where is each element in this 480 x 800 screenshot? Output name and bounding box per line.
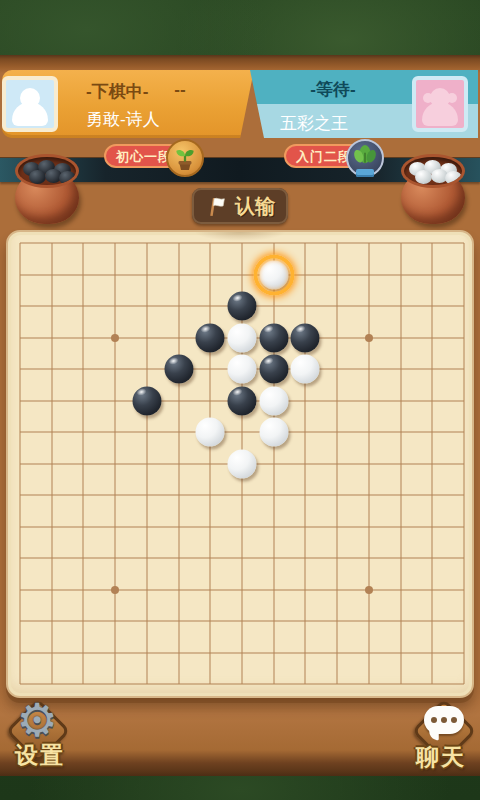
chat-bubble-icon[interactable] bbox=[424, 706, 464, 734]
settings-label[interactable]: 设置 bbox=[0, 740, 85, 771]
board-panel bbox=[6, 230, 474, 698]
grid-line bbox=[20, 526, 464, 527]
board-grid[interactable] bbox=[20, 243, 464, 684]
black-stone bbox=[132, 386, 161, 415]
player-panel-left: -下棋中- -- 勇敢-诗人 bbox=[2, 70, 254, 138]
sprout-rank-icon bbox=[166, 139, 204, 177]
white-stone bbox=[196, 418, 225, 447]
black-stone bbox=[228, 292, 257, 321]
person-body-icon bbox=[12, 102, 48, 126]
avatar-right[interactable] bbox=[412, 76, 468, 132]
grid-line bbox=[20, 495, 464, 496]
star-point bbox=[365, 334, 373, 342]
grid-line bbox=[20, 621, 464, 622]
grid-line bbox=[432, 243, 433, 684]
white-stones-bowl bbox=[398, 154, 468, 224]
grid-line bbox=[464, 243, 465, 684]
white-flag-icon bbox=[205, 194, 230, 219]
player-left-status: -下棋中- bbox=[86, 80, 148, 103]
black-stone bbox=[259, 355, 288, 384]
grid-line bbox=[20, 589, 464, 590]
grid-line bbox=[368, 243, 369, 684]
player-right-status: -等待- bbox=[272, 78, 394, 101]
grid-line bbox=[305, 243, 306, 684]
last-move-marker bbox=[253, 254, 294, 295]
hair-bun-icon bbox=[423, 93, 433, 103]
player-left-name: 勇敢-诗人 bbox=[86, 108, 160, 131]
white-stone bbox=[259, 418, 288, 447]
black-stone bbox=[259, 323, 288, 352]
player-right-name: 五彩之王 bbox=[280, 112, 348, 135]
star-point bbox=[111, 334, 119, 342]
star-point bbox=[111, 586, 119, 594]
grid-line bbox=[20, 652, 464, 653]
resign-button[interactable]: 认输 bbox=[192, 188, 288, 224]
grid-line bbox=[273, 243, 274, 684]
resign-label: 认输 bbox=[235, 193, 275, 220]
gear-icon[interactable]: ⚙ bbox=[7, 694, 67, 746]
game-screen: -下棋中- -- 勇敢-诗人 -等待- 五彩之王 初心一段 入门二段 bbox=[0, 0, 480, 800]
grid-line bbox=[400, 243, 401, 684]
star-point bbox=[365, 586, 373, 594]
black-stone bbox=[164, 355, 193, 384]
avatar-left[interactable] bbox=[2, 76, 58, 132]
chat-label[interactable]: 聊天 bbox=[396, 742, 480, 773]
white-stone bbox=[228, 449, 257, 478]
plant-rank-icon bbox=[346, 139, 384, 177]
girl-body-icon bbox=[422, 102, 458, 126]
player-panel-right: -等待- 五彩之王 bbox=[248, 70, 478, 138]
bowl-rim bbox=[404, 157, 462, 185]
black-stone bbox=[228, 386, 257, 415]
white-stone bbox=[228, 323, 257, 352]
white-stone bbox=[259, 386, 288, 415]
grid-line bbox=[337, 243, 338, 684]
white-stone bbox=[291, 355, 320, 384]
white-stone bbox=[228, 355, 257, 384]
black-stone bbox=[291, 323, 320, 352]
grid-line bbox=[20, 684, 464, 685]
black-stones-bowl bbox=[12, 154, 82, 224]
bowl-rim bbox=[18, 157, 76, 185]
grid-line bbox=[20, 558, 464, 559]
hair-bun-icon bbox=[447, 93, 457, 103]
player-left-timer: -- bbox=[174, 80, 185, 103]
ribbon-icon bbox=[356, 169, 374, 177]
black-stone bbox=[196, 323, 225, 352]
